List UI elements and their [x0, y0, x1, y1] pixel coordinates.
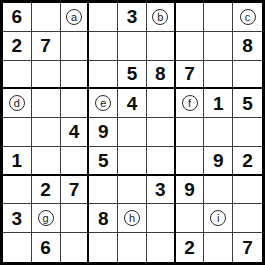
cell-r2c1[interactable]: 2	[3, 32, 32, 61]
cell-r7c9[interactable]	[233, 176, 262, 205]
cell-r5c5[interactable]	[118, 118, 147, 147]
cell-r5c4[interactable]: 9	[89, 118, 118, 147]
cell-r9c1[interactable]	[3, 233, 32, 262]
cell-r9c3[interactable]	[61, 233, 90, 262]
cell-r4c7[interactable]: f	[176, 89, 205, 118]
cell-r3c6[interactable]: 8	[147, 61, 176, 90]
cell-r4c8[interactable]: 1	[204, 89, 233, 118]
cell-r8c4[interactable]: 8	[89, 204, 118, 233]
cell-r9c6[interactable]	[147, 233, 176, 262]
given-digit: 4	[69, 122, 80, 141]
cell-r2c9[interactable]: 8	[233, 32, 262, 61]
cell-r9c4[interactable]	[89, 233, 118, 262]
cell-r1c9[interactable]: c	[233, 3, 262, 32]
cell-r6c9[interactable]: 2	[233, 147, 262, 176]
sudoku-board: 6a3bc278587de4f1549159227393g8hi627	[0, 0, 265, 265]
cell-r9c2[interactable]: 6	[32, 233, 61, 262]
cell-r2c2[interactable]: 7	[32, 32, 61, 61]
cell-r1c6[interactable]: b	[147, 3, 176, 32]
cell-r5c9[interactable]	[233, 118, 262, 147]
cell-r4c4[interactable]: e	[89, 89, 118, 118]
cell-r1c1[interactable]: 6	[3, 3, 32, 32]
cell-r7c8[interactable]	[204, 176, 233, 205]
circled-letter-a: a	[66, 9, 82, 25]
cell-r2c7[interactable]	[176, 32, 205, 61]
given-digit: 9	[213, 151, 224, 170]
given-digit: 5	[98, 151, 109, 170]
cell-r3c5[interactable]: 5	[118, 61, 147, 90]
cell-r6c7[interactable]	[176, 147, 205, 176]
cell-r5c6[interactable]	[147, 118, 176, 147]
cell-r4c6[interactable]	[147, 89, 176, 118]
cell-r1c2[interactable]	[32, 3, 61, 32]
circled-letter-h: h	[124, 210, 140, 226]
given-digit: 2	[184, 238, 195, 257]
given-digit: 2	[12, 36, 23, 55]
cell-r7c3[interactable]: 7	[61, 176, 90, 205]
given-digit: 8	[242, 36, 253, 55]
cell-r9c8[interactable]	[204, 233, 233, 262]
cell-r9c9[interactable]: 7	[233, 233, 262, 262]
cell-r3c4[interactable]	[89, 61, 118, 90]
given-digit: 2	[40, 180, 51, 199]
cell-r7c6[interactable]: 3	[147, 176, 176, 205]
cell-r4c5[interactable]: 4	[118, 89, 147, 118]
circled-letter-i: i	[210, 210, 226, 226]
circled-letter-g: g	[38, 210, 54, 226]
cell-r9c7[interactable]: 2	[176, 233, 205, 262]
cell-r6c4[interactable]: 5	[89, 147, 118, 176]
cell-r8c9[interactable]	[233, 204, 262, 233]
cell-r4c3[interactable]	[61, 89, 90, 118]
cell-r5c2[interactable]	[32, 118, 61, 147]
cell-r3c3[interactable]	[61, 61, 90, 90]
cell-r8c8[interactable]: i	[204, 204, 233, 233]
cell-r5c7[interactable]	[176, 118, 205, 147]
cell-r8c1[interactable]: 3	[3, 204, 32, 233]
cell-r1c5[interactable]: 3	[118, 3, 147, 32]
given-digit: 8	[155, 64, 166, 83]
cell-r6c1[interactable]: 1	[3, 147, 32, 176]
cell-r7c7[interactable]: 9	[176, 176, 205, 205]
cell-r1c4[interactable]	[89, 3, 118, 32]
cell-r8c5[interactable]: h	[118, 204, 147, 233]
given-digit: 4	[127, 94, 138, 113]
cell-r1c3[interactable]: a	[61, 3, 90, 32]
given-digit: 1	[12, 151, 23, 170]
given-digit: 9	[184, 180, 195, 199]
cell-r3c2[interactable]	[32, 61, 61, 90]
given-digit: 3	[12, 209, 23, 228]
given-digit: 2	[242, 151, 253, 170]
given-digit: 8	[98, 209, 109, 228]
cell-r2c6[interactable]	[147, 32, 176, 61]
cell-r5c1[interactable]	[3, 118, 32, 147]
cell-r7c4[interactable]	[89, 176, 118, 205]
cell-r1c8[interactable]	[204, 3, 233, 32]
circled-letter-d: d	[9, 95, 25, 111]
cell-r5c3[interactable]: 4	[61, 118, 90, 147]
cell-r3c1[interactable]	[3, 61, 32, 90]
given-digit: 5	[127, 64, 138, 83]
cell-r8c7[interactable]	[176, 204, 205, 233]
given-digit: 3	[155, 180, 166, 199]
cell-r2c3[interactable]	[61, 32, 90, 61]
circled-letter-e: e	[95, 95, 111, 111]
cell-r2c5[interactable]	[118, 32, 147, 61]
cell-r9c5[interactable]	[118, 233, 147, 262]
cell-r8c2[interactable]: g	[32, 204, 61, 233]
cell-r6c5[interactable]	[118, 147, 147, 176]
given-digit: 7	[69, 180, 80, 199]
given-digit: 6	[12, 7, 23, 26]
given-digit: 1	[213, 94, 224, 113]
circled-letter-b: b	[152, 9, 168, 25]
given-digit: 3	[127, 7, 138, 26]
cell-r4c2[interactable]	[32, 89, 61, 118]
given-digit: 7	[184, 64, 195, 83]
given-digit: 7	[40, 36, 51, 55]
given-digit: 9	[98, 122, 109, 141]
cell-r6c8[interactable]: 9	[204, 147, 233, 176]
cell-r5c8[interactable]	[204, 118, 233, 147]
circled-letter-c: c	[240, 9, 256, 25]
cell-r1c7[interactable]	[176, 3, 205, 32]
cell-r8c3[interactable]	[61, 204, 90, 233]
cell-r7c5[interactable]	[118, 176, 147, 205]
given-digit: 7	[242, 238, 253, 257]
cell-r4c1[interactable]: d	[3, 89, 32, 118]
cell-r3c9[interactable]	[233, 61, 262, 90]
cell-r3c7[interactable]: 7	[176, 61, 205, 90]
cell-r8c6[interactable]	[147, 204, 176, 233]
cell-r4c9[interactable]: 5	[233, 89, 262, 118]
cell-r3c8[interactable]	[204, 61, 233, 90]
given-digit: 6	[40, 238, 51, 257]
cell-r6c6[interactable]	[147, 147, 176, 176]
cell-r2c4[interactable]	[89, 32, 118, 61]
cell-r2c8[interactable]	[204, 32, 233, 61]
circled-letter-f: f	[182, 95, 198, 111]
cell-r6c3[interactable]	[61, 147, 90, 176]
given-digit: 5	[242, 94, 253, 113]
cell-r7c1[interactable]	[3, 176, 32, 205]
cell-r6c2[interactable]	[32, 147, 61, 176]
cell-r7c2[interactable]: 2	[32, 176, 61, 205]
